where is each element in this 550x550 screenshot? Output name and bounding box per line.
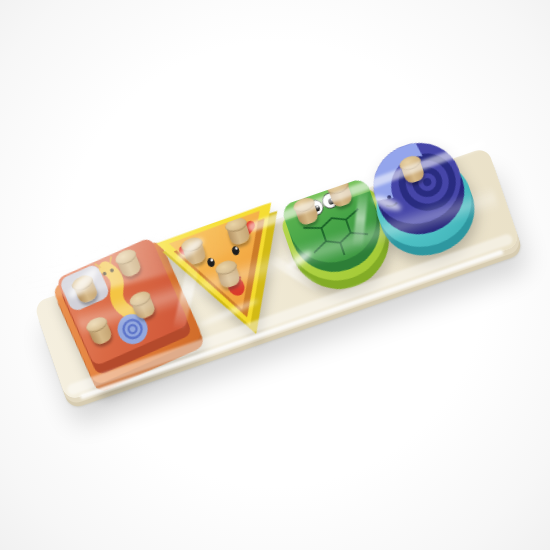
puzzle-board-plank: [33, 147, 521, 402]
photo-background: [0, 0, 550, 550]
